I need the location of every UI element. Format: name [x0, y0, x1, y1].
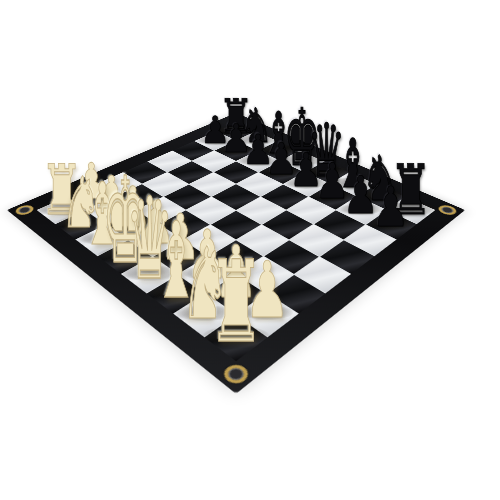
grommet-icon: [219, 361, 253, 387]
grommet-icon: [227, 115, 246, 123]
product-photo: ♜♞♝♛♚♝♞♜♟♟♟♟♟♟♟♟♟♟♟♟♟♟♟♟♜♞♝♛♚♝♞♜: [0, 0, 500, 500]
chess-mat: [7, 113, 465, 394]
grommet-icon: [13, 203, 37, 216]
grommet-icon: [435, 203, 459, 216]
chess-board: [37, 123, 436, 361]
